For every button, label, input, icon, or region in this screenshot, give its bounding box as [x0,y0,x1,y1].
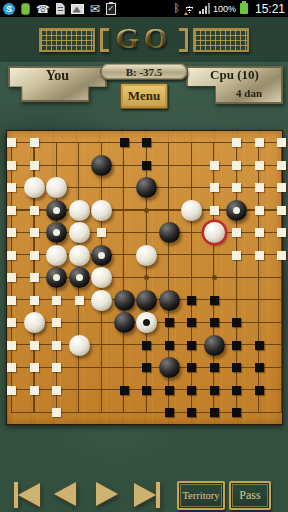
board-point[interactable] [180,221,203,244]
board-point[interactable] [23,401,46,424]
board-point[interactable] [248,311,271,334]
board-point[interactable] [203,266,226,289]
white-territory-marker [30,341,39,350]
board-point[interactable] [90,199,113,222]
bluetooth-icon [173,3,180,14]
ornament-right [193,28,249,52]
board-point[interactable] [158,221,181,244]
player-cpu-plaque: Cpu (10) 4 dan [186,66,283,104]
board-point[interactable] [45,379,68,402]
white-territory-marker [75,296,84,305]
board-point[interactable] [23,356,46,379]
go-board[interactable] [6,130,283,425]
board-point[interactable] [23,289,46,312]
board-point[interactable] [90,176,113,199]
board-point[interactable] [135,221,158,244]
black-territory-marker [187,341,196,350]
black-stone [114,312,135,333]
board-point[interactable] [180,379,203,402]
board-point[interactable] [270,221,288,244]
board-point[interactable] [158,311,181,334]
black-territory-marker [210,318,219,327]
board-point[interactable] [68,356,91,379]
triangle-left-icon [54,482,76,506]
board-point[interactable] [113,289,136,312]
black-stone [159,290,180,311]
board-point[interactable] [203,244,226,267]
board-point[interactable] [23,131,46,154]
board-point[interactable] [0,401,23,424]
black-territory-marker [232,341,241,350]
step-forward-button[interactable] [96,482,118,506]
white-territory-marker [7,318,16,327]
white-territory-marker [232,161,241,170]
board-point[interactable] [135,131,158,154]
board-point[interactable] [68,244,91,267]
board-point[interactable] [45,401,68,424]
board-point[interactable] [135,311,158,334]
board-point[interactable] [248,199,271,222]
board-point[interactable] [180,154,203,177]
board-point[interactable] [180,131,203,154]
white-territory-marker [52,296,61,305]
board-point[interactable] [158,401,181,424]
board-point[interactable] [225,244,248,267]
board-point[interactable] [0,131,23,154]
board-point[interactable] [45,154,68,177]
board-point[interactable] [113,356,136,379]
white-stone [91,200,112,221]
board-point[interactable] [90,334,113,357]
board-point[interactable] [180,356,203,379]
board-point[interactable] [203,401,226,424]
white-territory-marker [232,228,241,237]
board-point[interactable] [0,221,23,244]
board-point[interactable] [90,356,113,379]
board-point[interactable] [113,154,136,177]
board-point[interactable] [0,244,23,267]
board-point[interactable] [113,311,136,334]
white-territory-marker [30,296,39,305]
board-point[interactable] [270,289,288,312]
board-point[interactable] [203,199,226,222]
black-stone [204,335,225,356]
board-point[interactable] [113,199,136,222]
dead-stone-dot [53,229,60,236]
white-territory-marker [255,228,264,237]
board-point[interactable] [90,266,113,289]
board-point[interactable] [158,289,181,312]
board-point[interactable] [248,176,271,199]
board-point[interactable] [225,266,248,289]
board-point[interactable] [90,131,113,154]
black-territory-marker [210,296,219,305]
board-point[interactable] [45,199,68,222]
white-territory-marker [255,138,264,147]
board-point[interactable] [90,401,113,424]
board-point[interactable] [135,379,158,402]
board-point[interactable] [225,221,248,244]
board-point[interactable] [135,356,158,379]
board-point[interactable] [248,154,271,177]
board-point[interactable] [0,289,23,312]
dead-stone-dot [233,207,240,214]
board-point[interactable] [180,199,203,222]
board-point[interactable] [135,401,158,424]
black-territory-marker [165,386,174,395]
black-territory-marker [187,296,196,305]
board-point[interactable] [135,289,158,312]
board-point[interactable] [45,334,68,357]
board-point[interactable] [68,131,91,154]
board-point[interactable] [0,266,23,289]
mail-icon [90,3,100,15]
board-point[interactable] [45,131,68,154]
wifi-icon [183,4,196,14]
board-point[interactable] [0,379,23,402]
ornament-left [39,28,95,52]
battery-percent: 100% [213,4,236,14]
board-point[interactable] [248,131,271,154]
board-point[interactable] [180,266,203,289]
dead-stone-dot [143,319,150,326]
board-point[interactable] [68,221,91,244]
white-territory-marker [232,251,241,260]
green-app-icon [21,3,30,15]
menu-button[interactable]: Menu [120,83,168,109]
board-point[interactable] [225,131,248,154]
black-stone [46,267,67,288]
board-point[interactable] [203,311,226,334]
white-stone [69,335,90,356]
white-stone [136,245,157,266]
board-point[interactable] [270,311,288,334]
board-point[interactable] [113,334,136,357]
white-stone [91,290,112,311]
bracket-left-icon [100,28,109,52]
board-point[interactable] [68,154,91,177]
black-territory-marker [187,408,196,417]
board-point[interactable] [135,244,158,267]
white-territory-marker [7,386,16,395]
black-territory-marker [120,138,129,147]
white-territory-marker [7,251,16,260]
board-point[interactable] [158,266,181,289]
white-territory-marker [52,363,61,372]
territory-button[interactable]: Territory [177,481,225,510]
white-territory-marker [52,408,61,417]
white-territory-marker [277,138,286,147]
white-territory-marker [52,386,61,395]
board-point[interactable] [90,311,113,334]
board-point[interactable] [180,311,203,334]
player-cpu-rank: 4 dan [215,87,283,99]
board-point[interactable] [45,289,68,312]
board-point[interactable] [68,334,91,357]
board-point[interactable] [90,154,113,177]
black-territory-marker [142,386,151,395]
black-stone [46,200,67,221]
board-point[interactable] [0,356,23,379]
board-point[interactable] [68,401,91,424]
white-territory-marker [255,161,264,170]
triangle-right-icon [134,483,156,507]
board-point[interactable] [225,356,248,379]
board-point[interactable] [45,356,68,379]
board-point[interactable] [270,379,288,402]
white-stone [69,200,90,221]
white-stone [69,222,90,243]
white-territory-marker [255,183,264,192]
white-territory-marker [30,363,39,372]
black-territory-marker [120,386,129,395]
black-stone [136,177,157,198]
board-point[interactable] [248,401,271,424]
dead-stone-dot [98,252,105,259]
board-point[interactable] [270,176,288,199]
gallery-icon [71,4,84,14]
board-point[interactable] [113,379,136,402]
board-point[interactable] [0,176,23,199]
board-point[interactable] [90,289,113,312]
black-territory-marker [255,341,264,350]
board-point[interactable] [113,244,136,267]
white-territory-marker [255,251,264,260]
white-stone [91,267,112,288]
board-point[interactable] [203,379,226,402]
white-stone [46,245,67,266]
screen: 100% 15:21 GO You Cpu (10) 4 dan B: -37.… [0,0,288,512]
board-point[interactable] [68,176,91,199]
board-point[interactable] [225,311,248,334]
board-point[interactable] [203,334,226,357]
white-stone [24,312,45,333]
white-territory-marker [7,183,16,192]
black-territory-marker [232,408,241,417]
board-point[interactable] [23,154,46,177]
player-cpu-name: Cpu (10) [186,67,283,83]
white-stone [136,312,157,333]
white-stone [46,177,67,198]
board-point[interactable] [135,334,158,357]
white-stone-last-move [204,222,225,243]
board-point[interactable] [158,379,181,402]
board-point[interactable] [248,379,271,402]
black-territory-marker [232,386,241,395]
board-point[interactable] [68,311,91,334]
board-point[interactable] [68,379,91,402]
player-you-plaque: You [8,66,107,102]
board-point[interactable] [158,334,181,357]
battery-icon [240,3,248,14]
board-point[interactable] [23,244,46,267]
board-point[interactable] [180,244,203,267]
board-point[interactable] [23,266,46,289]
board-point[interactable] [203,356,226,379]
board-point[interactable] [248,356,271,379]
board-point[interactable] [135,199,158,222]
board-point[interactable] [113,176,136,199]
board-point[interactable] [270,356,288,379]
white-territory-marker [232,183,241,192]
black-territory-marker [142,138,151,147]
board-point[interactable] [270,199,288,222]
board-point[interactable] [270,244,288,267]
score-display: B: -37.5 [100,63,188,80]
board-point[interactable] [158,244,181,267]
black-territory-marker [232,318,241,327]
board-point[interactable] [270,266,288,289]
white-territory-marker [30,138,39,147]
white-territory-marker [30,161,39,170]
board-point[interactable] [135,176,158,199]
dead-stone-dot [53,274,60,281]
board-point[interactable] [90,379,113,402]
black-stone [114,290,135,311]
board-point[interactable] [113,221,136,244]
title-banner: GO [0,17,288,62]
board-point[interactable] [90,244,113,267]
triangle-left-icon [18,483,40,507]
white-territory-marker [277,206,286,215]
board-point[interactable] [270,334,288,357]
skip-to-start-button[interactable] [14,482,40,508]
white-territory-marker [210,183,219,192]
black-territory-marker [187,386,196,395]
board-point[interactable] [203,176,226,199]
board-point[interactable] [225,334,248,357]
board-point[interactable] [68,199,91,222]
step-back-button[interactable] [54,482,76,506]
board-points [0,131,288,424]
signal-strength-icon [199,3,210,14]
white-territory-marker [30,251,39,260]
black-stone [46,222,67,243]
board-point[interactable] [225,154,248,177]
board-point[interactable] [0,154,23,177]
black-stone [91,155,112,176]
board-point[interactable] [270,131,288,154]
board-point[interactable] [203,289,226,312]
black-territory-marker [210,386,219,395]
board-point[interactable] [23,334,46,357]
board-point[interactable] [180,334,203,357]
dead-stone-dot [53,207,60,214]
white-territory-marker [52,341,61,350]
board-point[interactable] [225,401,248,424]
board-point[interactable] [23,221,46,244]
black-territory-marker [255,363,264,372]
skype-icon [3,3,15,15]
board-point[interactable] [45,221,68,244]
board-point[interactable] [225,289,248,312]
board-point[interactable] [203,131,226,154]
skip-to-end-button[interactable] [134,482,160,508]
pass-button[interactable]: Pass [229,481,271,510]
board-point[interactable] [113,131,136,154]
board-point[interactable] [23,199,46,222]
white-territory-marker [7,273,16,282]
black-territory-marker [142,161,151,170]
board-point[interactable] [248,289,271,312]
black-territory-marker [142,341,151,350]
white-territory-marker [52,318,61,327]
board-point[interactable] [45,244,68,267]
board-point[interactable] [225,176,248,199]
board-point[interactable] [180,176,203,199]
white-territory-marker [210,206,219,215]
board-point[interactable] [158,199,181,222]
board-point[interactable] [68,266,91,289]
board-point[interactable] [225,379,248,402]
white-territory-marker [277,251,286,260]
board-point[interactable] [225,199,248,222]
board-point[interactable] [45,311,68,334]
board-point[interactable] [270,154,288,177]
board-point[interactable] [270,401,288,424]
board-point[interactable] [158,154,181,177]
white-territory-marker [7,161,16,170]
black-territory-marker [142,363,151,372]
board-point[interactable] [248,334,271,357]
board-point[interactable] [90,221,113,244]
board-point[interactable] [180,289,203,312]
black-territory-marker [210,408,219,417]
board-point[interactable] [248,266,271,289]
board-point[interactable] [158,176,181,199]
board-point[interactable] [248,244,271,267]
dead-stone-dot [76,274,83,281]
black-stone [91,245,112,266]
black-territory-marker [165,341,174,350]
board-point[interactable] [45,266,68,289]
white-territory-marker [7,138,16,147]
board-point[interactable] [158,356,181,379]
white-territory-marker [30,228,39,237]
black-stone [226,200,247,221]
board-point[interactable] [203,154,226,177]
black-territory-marker [165,318,174,327]
board-point[interactable] [0,311,23,334]
black-stone [159,357,180,378]
board-point[interactable] [23,379,46,402]
skip-bar-icon [156,482,160,508]
board-point[interactable] [23,176,46,199]
board-point[interactable] [23,311,46,334]
board-point[interactable] [113,266,136,289]
board-point[interactable] [135,266,158,289]
system-status-icons: 100% 15:21 [173,2,285,16]
board-point[interactable] [68,289,91,312]
board-point[interactable] [203,221,226,244]
board-point[interactable] [0,334,23,357]
white-stone [181,200,202,221]
black-stone [69,267,90,288]
board-point[interactable] [135,154,158,177]
board-point[interactable] [45,176,68,199]
white-territory-marker [30,386,39,395]
white-territory-marker [277,183,286,192]
board-point[interactable] [248,221,271,244]
board-point[interactable] [0,199,23,222]
board-point[interactable] [113,401,136,424]
board-point[interactable] [158,131,181,154]
black-territory-marker [187,363,196,372]
white-territory-marker [210,161,219,170]
white-stone [24,177,45,198]
board-point[interactable] [180,401,203,424]
black-territory-marker [165,408,174,417]
